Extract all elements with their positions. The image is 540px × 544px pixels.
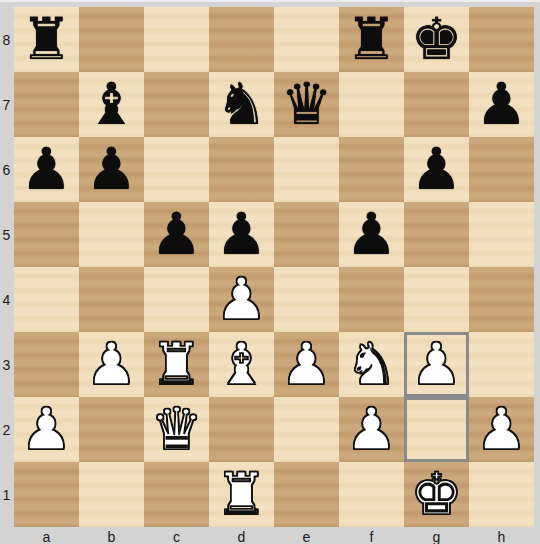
square-f8[interactable]: ♜ <box>339 7 404 72</box>
piece-black-pawn[interactable]: ♟ <box>21 137 73 202</box>
rank-label-5: 5 <box>0 202 13 267</box>
square-a4[interactable] <box>14 267 79 332</box>
square-c7[interactable] <box>144 72 209 137</box>
file-label-b: b <box>79 527 144 544</box>
piece-white-pawn[interactable]: ♟ <box>411 332 463 397</box>
rank-label-2: 2 <box>0 397 13 462</box>
square-e2[interactable] <box>274 397 339 462</box>
piece-black-pawn[interactable]: ♟ <box>476 72 528 137</box>
square-e5[interactable] <box>274 202 339 267</box>
square-g7[interactable] <box>404 72 469 137</box>
square-b1[interactable] <box>79 462 144 527</box>
square-f5[interactable]: ♟ <box>339 202 404 267</box>
square-a2[interactable]: ♟ <box>14 397 79 462</box>
piece-black-pawn[interactable]: ♟ <box>86 137 138 202</box>
rank-label-4: 4 <box>0 267 13 332</box>
square-c1[interactable] <box>144 462 209 527</box>
square-f4[interactable] <box>339 267 404 332</box>
piece-white-pawn[interactable]: ♟ <box>346 397 398 462</box>
square-c3[interactable]: ♜ <box>144 332 209 397</box>
square-b2[interactable] <box>79 397 144 462</box>
square-a3[interactable] <box>14 332 79 397</box>
square-g2[interactable] <box>404 397 469 462</box>
square-f7[interactable] <box>339 72 404 137</box>
square-b3[interactable]: ♟ <box>79 332 144 397</box>
square-d8[interactable] <box>209 7 274 72</box>
square-c4[interactable] <box>144 267 209 332</box>
piece-black-queen[interactable]: ♛ <box>281 72 333 137</box>
square-f6[interactable] <box>339 137 404 202</box>
square-a7[interactable] <box>14 72 79 137</box>
square-c5[interactable]: ♟ <box>144 202 209 267</box>
square-d3[interactable]: ♝ <box>209 332 274 397</box>
square-a1[interactable] <box>14 462 79 527</box>
square-h6[interactable] <box>469 137 534 202</box>
square-g5[interactable] <box>404 202 469 267</box>
square-h3[interactable] <box>469 332 534 397</box>
square-f3[interactable]: ♞ <box>339 332 404 397</box>
piece-black-bishop[interactable]: ♝ <box>86 72 138 137</box>
square-b6[interactable]: ♟ <box>79 137 144 202</box>
square-b7[interactable]: ♝ <box>79 72 144 137</box>
square-f1[interactable] <box>339 462 404 527</box>
piece-white-queen[interactable]: ♛ <box>151 397 203 462</box>
piece-white-pawn[interactable]: ♟ <box>86 332 138 397</box>
piece-black-king[interactable]: ♚ <box>411 7 463 72</box>
square-h8[interactable] <box>469 7 534 72</box>
square-a6[interactable]: ♟ <box>14 137 79 202</box>
file-label-a: a <box>14 527 79 544</box>
piece-black-pawn[interactable]: ♟ <box>411 137 463 202</box>
square-a8[interactable]: ♜ <box>14 7 79 72</box>
rank-label-3: 3 <box>0 332 13 397</box>
square-d4[interactable]: ♟ <box>209 267 274 332</box>
square-g1[interactable]: ♚ <box>404 462 469 527</box>
file-label-c: c <box>144 527 209 544</box>
square-c6[interactable] <box>144 137 209 202</box>
square-b8[interactable] <box>79 7 144 72</box>
square-e6[interactable] <box>274 137 339 202</box>
square-d5[interactable]: ♟ <box>209 202 274 267</box>
square-g3[interactable]: ♟ <box>404 332 469 397</box>
square-d2[interactable] <box>209 397 274 462</box>
square-d7[interactable]: ♞ <box>209 72 274 137</box>
square-e4[interactable] <box>274 267 339 332</box>
piece-black-pawn[interactable]: ♟ <box>346 202 398 267</box>
square-d1[interactable]: ♜ <box>209 462 274 527</box>
piece-black-rook[interactable]: ♜ <box>21 7 73 72</box>
square-g8[interactable]: ♚ <box>404 7 469 72</box>
piece-white-pawn[interactable]: ♟ <box>281 332 333 397</box>
board: ♜♜♚♝♞♛♟♟♟♟♟♟♟♟♟♜♝♟♞♟♟♛♟♟♜♚ <box>14 7 534 527</box>
square-h2[interactable]: ♟ <box>469 397 534 462</box>
rank-label-8: 8 <box>0 7 13 72</box>
file-label-e: e <box>274 527 339 544</box>
square-d6[interactable] <box>209 137 274 202</box>
square-e1[interactable] <box>274 462 339 527</box>
square-e7[interactable]: ♛ <box>274 72 339 137</box>
square-c8[interactable] <box>144 7 209 72</box>
rank-label-7: 7 <box>0 72 13 137</box>
piece-white-rook[interactable]: ♜ <box>216 462 268 527</box>
square-h1[interactable] <box>469 462 534 527</box>
square-h7[interactable]: ♟ <box>469 72 534 137</box>
piece-black-pawn[interactable]: ♟ <box>151 202 203 267</box>
square-b5[interactable] <box>79 202 144 267</box>
square-h5[interactable] <box>469 202 534 267</box>
piece-white-bishop[interactable]: ♝ <box>216 332 268 397</box>
piece-black-rook[interactable]: ♜ <box>346 7 398 72</box>
rank-label-6: 6 <box>0 137 13 202</box>
square-c2[interactable]: ♛ <box>144 397 209 462</box>
piece-white-knight[interactable]: ♞ <box>346 332 398 397</box>
piece-black-knight[interactable]: ♞ <box>216 72 268 137</box>
file-label-g: g <box>404 527 469 544</box>
piece-white-pawn[interactable]: ♟ <box>216 267 268 332</box>
square-e3[interactable]: ♟ <box>274 332 339 397</box>
square-b4[interactable] <box>79 267 144 332</box>
chess-app-window: ♜♜♚♝♞♛♟♟♟♟♟♟♟♟♟♜♝♟♞♟♟♛♟♟♜♚ 87654321 abcd… <box>0 0 540 544</box>
square-a5[interactable] <box>14 202 79 267</box>
piece-white-pawn[interactable]: ♟ <box>21 397 73 462</box>
piece-white-pawn[interactable]: ♟ <box>476 397 528 462</box>
file-label-f: f <box>339 527 404 544</box>
file-label-d: d <box>209 527 274 544</box>
piece-black-pawn[interactable]: ♟ <box>216 202 268 267</box>
rank-label-1: 1 <box>0 462 13 527</box>
square-g6[interactable]: ♟ <box>404 137 469 202</box>
square-f2[interactable]: ♟ <box>339 397 404 462</box>
file-label-h: h <box>469 527 534 544</box>
square-e8[interactable] <box>274 7 339 72</box>
square-h4[interactable] <box>469 267 534 332</box>
piece-white-king[interactable]: ♚ <box>411 462 463 527</box>
square-g4[interactable] <box>404 267 469 332</box>
piece-white-rook[interactable]: ♜ <box>151 332 203 397</box>
